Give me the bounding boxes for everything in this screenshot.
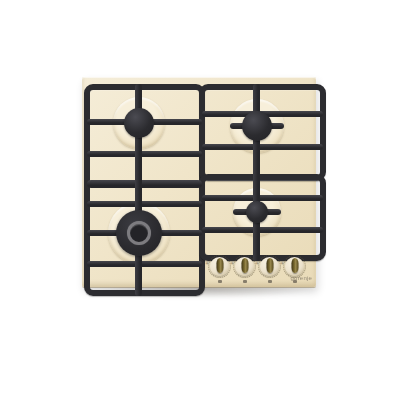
grate-bar	[87, 151, 202, 157]
grate-bar	[202, 144, 323, 150]
grate-bar	[87, 180, 202, 188]
knob-handle	[216, 258, 223, 273]
knob-handle	[241, 258, 248, 273]
grate-bar	[202, 227, 323, 233]
burner-knob-2	[235, 257, 254, 276]
burner-knob-4	[285, 257, 304, 276]
grate-bar	[87, 261, 202, 267]
burner-indicator-icon	[218, 280, 222, 283]
brand-logo: gorenje	[242, 275, 312, 282]
product-photo: ✳ ✳ ✳ ✳ gorenje	[0, 0, 400, 400]
rear-right-burner-cap	[242, 111, 272, 141]
rear-left-burner-cap	[124, 108, 154, 138]
front-right-burner-cap	[246, 201, 268, 223]
burner-knob-1	[210, 257, 229, 276]
wok-burner-crown	[127, 221, 151, 245]
grate-bar	[202, 195, 323, 201]
gas-hob: ✳ ✳ ✳ ✳ gorenje	[82, 77, 316, 287]
burner-knob-3	[260, 257, 279, 276]
pan-support-front-right	[199, 174, 326, 261]
knob-handle	[291, 258, 298, 273]
grate-bar	[87, 201, 202, 207]
knob-handle	[266, 258, 273, 273]
pan-support-rear-right	[199, 84, 326, 181]
pan-support-left	[84, 84, 205, 296]
